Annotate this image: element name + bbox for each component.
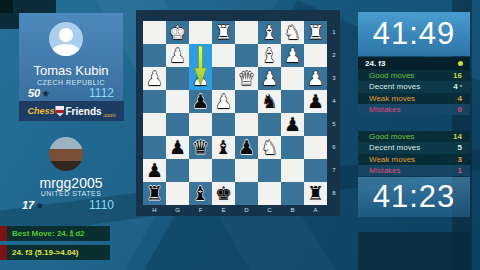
player-name-bottom: mrgg2005 (13, 175, 129, 191)
square-h5[interactable] (143, 113, 166, 136)
move-stats-top: 24. f3 Good moves16Decent moves4*Weak mo… (358, 57, 470, 115)
square-g2[interactable]: ♟ (166, 44, 189, 67)
square-a1[interactable]: ♜ (304, 21, 327, 44)
stats-value: 16 (453, 71, 462, 80)
square-d6[interactable]: ♟ (235, 136, 258, 159)
square-e3[interactable] (212, 67, 235, 90)
white-p-piece: ♟ (258, 67, 281, 90)
white-k-piece: ♚ (166, 21, 189, 44)
rank-label-7: 7 (329, 159, 339, 182)
clock-top: 41:49 (358, 12, 470, 56)
stats-label: Decent moves (369, 143, 420, 152)
white-b-piece: ♝ (258, 21, 281, 44)
rank-label-3: 3 (329, 67, 339, 90)
square-c1[interactable]: ♝ (258, 21, 281, 44)
square-e8[interactable]: ♚ (212, 182, 235, 205)
square-h2[interactable] (143, 44, 166, 67)
board-grid: ♚♜♝♞♜♟♝♟♟♟♛♟♟♟♟♞♟♟♟♛♝♟♞♟♜♝♚♜ (143, 21, 327, 205)
square-f6[interactable]: ♛ (189, 136, 212, 159)
chessfriends-logo[interactable]: Chess Friends .com (19, 101, 124, 121)
square-c8[interactable] (258, 182, 281, 205)
white-n-piece: ♞ (258, 136, 281, 159)
best-move-banner: Best Move: 24.♗d2 (0, 226, 110, 241)
rank-label-1: 1 (329, 21, 339, 44)
square-h4[interactable] (143, 90, 166, 113)
white-r-piece: ♜ (212, 21, 235, 44)
stats-value: 4 (453, 82, 457, 91)
stats-label: Weak moves (369, 94, 415, 103)
square-g7[interactable] (166, 159, 189, 182)
stats-value: 3 (458, 155, 462, 164)
square-b5[interactable]: ♟ (281, 113, 304, 136)
square-g6[interactable]: ♟ (166, 136, 189, 159)
white-p-piece: ♟ (189, 67, 212, 90)
stats-value: 5 (458, 143, 462, 152)
file-label-g: G (166, 205, 189, 216)
square-b6[interactable] (281, 136, 304, 159)
square-f5[interactable] (189, 113, 212, 136)
eval-text: 24. f3 (5.19->4.04) (7, 245, 110, 260)
black-p-piece: ♟ (304, 90, 327, 113)
stats-value: 0 (458, 105, 462, 114)
square-b8[interactable] (281, 182, 304, 205)
square-f3[interactable]: ♟ (189, 67, 212, 90)
stats-row-mistake: Mistakes1 (358, 165, 470, 176)
stats-row-good: Good moves14 (358, 131, 470, 142)
file-label-d: D (235, 205, 258, 216)
stats-rows-bottom: Good moves14Decent moves5Weak moves3Mist… (358, 131, 470, 176)
rank-label-2: 2 (329, 44, 339, 67)
square-d8[interactable] (235, 182, 258, 205)
square-a3[interactable]: ♟ (304, 67, 327, 90)
corner-block-dark (0, 0, 13, 13)
square-a8[interactable]: ♜ (304, 182, 327, 205)
stats-row-weak: Weak moves3 (358, 154, 470, 165)
square-c2[interactable]: ♝ (258, 44, 281, 67)
square-a2[interactable] (304, 44, 327, 67)
player-rating-bottom: 1110 (89, 198, 114, 212)
logo-text-friends: Friends (65, 106, 101, 117)
banner-red-bar (0, 226, 7, 241)
avatar-silhouette-head (59, 28, 73, 42)
square-d1[interactable] (235, 21, 258, 44)
player-level-row-bottom: 17 ★ 1110 (13, 198, 123, 212)
square-b3[interactable] (281, 67, 304, 90)
square-f8[interactable]: ♝ (189, 182, 212, 205)
square-h6[interactable] (143, 136, 166, 159)
rank-label-4: 4 (329, 90, 339, 113)
square-c6[interactable]: ♞ (258, 136, 281, 159)
square-g4[interactable] (166, 90, 189, 113)
stats-row-mistake: Mistakes0 (358, 104, 470, 115)
move-header: 24. f3 (358, 57, 470, 70)
square-e5[interactable] (212, 113, 235, 136)
stats-label: Good moves (369, 132, 414, 141)
player-rating-top: 1112 (89, 86, 114, 100)
move-header-text: 24. f3 (365, 59, 385, 68)
square-b2[interactable]: ♟ (281, 44, 304, 67)
logo-text-chess: Chess (27, 106, 54, 116)
black-p-piece: ♟ (189, 90, 212, 113)
square-d4[interactable] (235, 90, 258, 113)
eval-banner: 24. f3 (5.19->4.04) (0, 245, 110, 260)
clock-bottom: 41:23 (358, 177, 470, 217)
square-e2[interactable] (212, 44, 235, 67)
player-country-top: CZECH REPUBLIC (19, 79, 123, 86)
file-label-e: E (212, 205, 235, 216)
square-d5[interactable] (235, 113, 258, 136)
white-r-piece: ♜ (304, 21, 327, 44)
square-a7[interactable] (304, 159, 327, 182)
stats-value: 14 (453, 132, 462, 141)
square-f1[interactable] (189, 21, 212, 44)
black-n-piece: ♞ (258, 90, 281, 113)
square-a6[interactable] (304, 136, 327, 159)
avatar-photo[interactable] (49, 137, 83, 171)
stats-label: Good moves (369, 71, 414, 80)
stats-label: Mistakes (369, 105, 401, 114)
stats-row-good: Good moves16 (358, 70, 470, 81)
square-a4[interactable]: ♟ (304, 90, 327, 113)
app-window: Tomas Kubin CZECH REPUBLIC 50 ★ 1112 Che… (0, 0, 480, 270)
white-n-piece: ♞ (281, 21, 304, 44)
white-p-piece: ♟ (212, 90, 235, 113)
black-r-piece: ♜ (304, 182, 327, 205)
stats-label: Decent moves (369, 82, 420, 91)
star-icon: ★ (41, 88, 50, 99)
square-h8[interactable]: ♜ (143, 182, 166, 205)
white-p-piece: ♟ (304, 67, 327, 90)
black-p-piece: ♟ (235, 136, 258, 159)
rank-label-6: 6 (329, 136, 339, 159)
stats-row-weak: Weak moves4 (358, 93, 470, 104)
white-p-piece: ♟ (143, 67, 166, 90)
square-g3[interactable] (166, 67, 189, 90)
square-f2[interactable] (189, 44, 212, 67)
square-h7[interactable]: ♟ (143, 159, 166, 182)
stats-row-decent: Decent moves4* (358, 81, 470, 92)
white-q-piece: ♛ (235, 67, 258, 90)
shield-icon (55, 106, 64, 117)
chess-board: ♚♜♝♞♜♟♝♟♟♟♛♟♟♟♟♞♟♟♟♛♝♟♞♟♜♝♚♜ 12345678HGF… (136, 10, 340, 216)
black-p-piece: ♟ (281, 113, 304, 136)
black-k-piece: ♚ (212, 182, 235, 205)
stats-label: Weak moves (369, 155, 415, 164)
black-r-piece: ♜ (143, 182, 166, 205)
file-label-h: H (143, 205, 166, 216)
file-label-b: B (281, 205, 304, 216)
square-b7[interactable] (281, 159, 304, 182)
banner-red-bar (0, 245, 7, 260)
star-icon: ★ (35, 200, 44, 211)
square-d7[interactable] (235, 159, 258, 182)
square-g5[interactable] (166, 113, 189, 136)
stats-value: 1 (458, 166, 462, 175)
logo-text-com: .com (103, 112, 116, 118)
player-level-bottom: 17 (22, 199, 34, 211)
player-level-row-top: 50 ★ 1112 (19, 86, 123, 100)
square-f4[interactable]: ♟ (189, 90, 212, 113)
white-p-piece: ♟ (166, 44, 189, 67)
black-b-piece: ♝ (212, 136, 235, 159)
square-c5[interactable] (258, 113, 281, 136)
rank-label-8: 8 (329, 182, 339, 205)
black-p-piece: ♟ (143, 159, 166, 182)
player-level-top: 50 (28, 87, 40, 99)
move-quality-dot (458, 61, 463, 66)
stats-rows-top: Good moves16Decent moves4*Weak moves4Mis… (358, 70, 470, 115)
white-p-piece: ♟ (281, 44, 304, 67)
player-country-bottom: UNITED STATES (13, 190, 129, 197)
file-label-c: C (258, 205, 281, 216)
square-d3[interactable]: ♛ (235, 67, 258, 90)
black-q-piece: ♛ (189, 136, 212, 159)
black-p-piece: ♟ (166, 136, 189, 159)
black-b-piece: ♝ (189, 182, 212, 205)
white-b-piece: ♝ (258, 44, 281, 67)
square-b4[interactable] (281, 90, 304, 113)
square-e1[interactable]: ♜ (212, 21, 235, 44)
avatar[interactable] (49, 22, 83, 56)
square-c3[interactable]: ♟ (258, 67, 281, 90)
square-e6[interactable]: ♝ (212, 136, 235, 159)
square-a5[interactable] (304, 113, 327, 136)
stats-value: 4 (458, 94, 462, 103)
stats-label: Mistakes (369, 166, 401, 175)
square-h3[interactable]: ♟ (143, 67, 166, 90)
square-h1[interactable] (143, 21, 166, 44)
square-c7[interactable] (258, 159, 281, 182)
rank-label-5: 5 (329, 113, 339, 136)
square-f7[interactable] (189, 159, 212, 182)
file-label-a: A (304, 205, 327, 216)
stats-row-decent: Decent moves5 (358, 142, 470, 153)
square-e4[interactable]: ♟ (212, 90, 235, 113)
move-stats-bottom: Good moves14Decent moves5Weak moves3Mist… (358, 131, 470, 176)
current-move-marker: * (460, 84, 462, 90)
square-g8[interactable] (166, 182, 189, 205)
player-name-top: Tomas Kubin (19, 63, 123, 78)
square-d2[interactable] (235, 44, 258, 67)
square-c4[interactable]: ♞ (258, 90, 281, 113)
best-move-text: Best Move: 24.♗d2 (7, 226, 110, 241)
square-b1[interactable]: ♞ (281, 21, 304, 44)
square-g1[interactable]: ♚ (166, 21, 189, 44)
file-label-f: F (189, 205, 212, 216)
square-e7[interactable] (212, 159, 235, 182)
bottom-right-panel (358, 232, 470, 270)
